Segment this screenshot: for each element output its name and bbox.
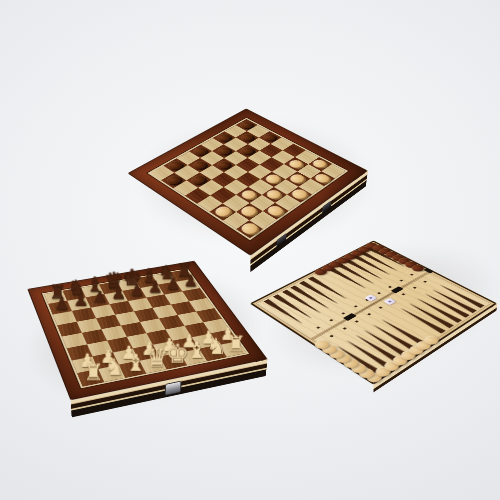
checkers-board-scene [128, 108, 368, 255]
backgammon-board [250, 241, 497, 385]
chess-piece-dark-p: ♟ [146, 279, 165, 295]
peg-hole [316, 326, 320, 329]
chess-piece-dark-p: ♟ [181, 273, 200, 289]
chess-piece-light-b: ♝ [124, 352, 146, 375]
chess-piece-dark-p: ♟ [127, 282, 146, 298]
chess-board-scene: ♜♞♝♛♚♝♞♜♟♟♟♟♟♟♟♟♟♟♟♟♟♟♟♟♜♞♝♛♚♝♞♜ [27, 261, 267, 400]
peg-hole [423, 280, 427, 282]
chess-piece-light-r: ♜ [226, 333, 247, 354]
chess-piece-dark-p: ♟ [52, 295, 72, 312]
peg-hole [329, 335, 333, 338]
peg-hole [354, 320, 358, 323]
chess-square: ♜ [77, 369, 104, 386]
chess-piece-light-n: ♞ [103, 356, 125, 379]
checkers-square [262, 203, 288, 220]
chess-piece-dark-p: ♟ [109, 286, 128, 302]
hinge-icon [322, 200, 331, 214]
peg-hole [342, 327, 346, 330]
peg-hole [401, 293, 405, 295]
checkers-piece-light [310, 158, 329, 169]
checkers-square [175, 165, 199, 180]
backgammon-point-up [399, 307, 446, 334]
chess-board: ♜♞♝♛♚♝♞♜♟♟♟♟♟♟♟♟♟♟♟♟♟♟♟♟♜♞♝♛♚♝♞♜ [27, 261, 267, 400]
peg-hole [399, 279, 403, 281]
backgammon-point-up [362, 328, 409, 357]
peg-hole [388, 286, 392, 288]
backgammon-point-up [379, 318, 426, 346]
chess-piece-light-r: ♜ [82, 361, 104, 383]
peg-hole [341, 312, 345, 315]
chess-piece-dark-p: ♟ [71, 292, 91, 309]
chess-piece-light-k: ♚ [166, 341, 188, 367]
checkers-board [128, 108, 368, 255]
peg-hole [376, 292, 380, 294]
peg-hole [409, 273, 413, 275]
peg-hole [378, 306, 382, 308]
product-photo-stage: ♜♞♝♛♚♝♞♜♟♟♟♟♟♟♟♟♟♟♟♟♟♟♟♟♜♞♝♛♚♝♞♜ [0, 0, 500, 500]
checkers-piece-dark [190, 159, 209, 170]
peg-hole [365, 298, 369, 300]
hinge-icon [277, 233, 287, 247]
peg-hole [353, 305, 357, 307]
backgammon-point-up [407, 302, 454, 328]
peg-hole [412, 287, 416, 289]
chess-piece-dark-p: ♟ [164, 276, 183, 292]
chess-piece-dark-p: ♟ [90, 289, 109, 305]
peg-hole [328, 319, 332, 322]
backgammon-board-scene [250, 241, 497, 385]
latch-icon [165, 381, 182, 396]
chess-piece-light-n: ♞ [206, 336, 227, 358]
peg-hole [366, 313, 370, 316]
chess-piece-light-q: ♛ [145, 345, 167, 371]
checkers-piece-light [264, 188, 284, 200]
chess-square [134, 308, 159, 322]
